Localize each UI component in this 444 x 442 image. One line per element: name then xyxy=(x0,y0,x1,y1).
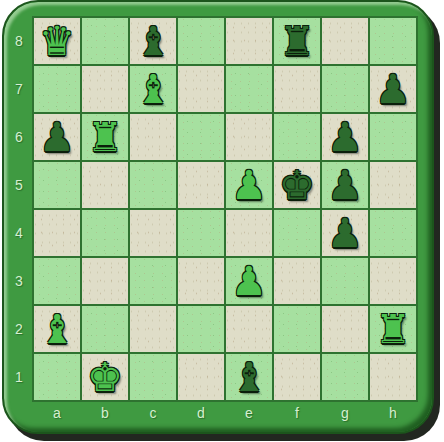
square-h6[interactable] xyxy=(370,114,416,160)
square-d4[interactable] xyxy=(178,210,224,256)
square-d7[interactable] xyxy=(178,66,224,112)
square-a1[interactable] xyxy=(34,354,80,400)
black-pawn-piece[interactable]: ♟ xyxy=(375,66,411,112)
square-c8[interactable]: ♝ xyxy=(130,18,176,64)
square-c2[interactable] xyxy=(130,306,176,352)
square-a5[interactable] xyxy=(34,162,80,208)
square-c3[interactable] xyxy=(130,258,176,304)
white-queen-piece[interactable]: ♛ xyxy=(39,18,75,64)
file-label-d: d xyxy=(178,402,224,424)
black-pawn-piece[interactable]: ♟ xyxy=(39,114,75,160)
square-c4[interactable] xyxy=(130,210,176,256)
square-e8[interactable] xyxy=(226,18,272,64)
black-bishop-piece[interactable]: ♝ xyxy=(231,354,267,400)
square-f7[interactable] xyxy=(274,66,320,112)
black-pawn-piece[interactable]: ♟ xyxy=(327,162,363,208)
square-b1[interactable]: ♚ xyxy=(82,354,128,400)
file-label-b: b xyxy=(82,402,128,424)
black-bishop-piece[interactable]: ♝ xyxy=(135,18,171,64)
rank-label-6: 6 xyxy=(8,113,30,161)
square-d1[interactable] xyxy=(178,354,224,400)
square-e5[interactable]: ♟ xyxy=(226,162,272,208)
square-f6[interactable] xyxy=(274,114,320,160)
square-c7[interactable]: ♝ xyxy=(130,66,176,112)
square-h2[interactable]: ♜ xyxy=(370,306,416,352)
white-bishop-piece[interactable]: ♝ xyxy=(39,306,75,352)
square-c1[interactable] xyxy=(130,354,176,400)
square-h4[interactable] xyxy=(370,210,416,256)
square-e2[interactable] xyxy=(226,306,272,352)
square-f2[interactable] xyxy=(274,306,320,352)
square-d8[interactable] xyxy=(178,18,224,64)
square-h5[interactable] xyxy=(370,162,416,208)
square-b2[interactable] xyxy=(82,306,128,352)
square-e4[interactable] xyxy=(226,210,272,256)
white-rook-piece[interactable]: ♜ xyxy=(375,306,411,352)
square-f8[interactable]: ♜ xyxy=(274,18,320,64)
white-king-piece[interactable]: ♚ xyxy=(87,354,123,400)
chessboard-window: ♛♝♜♝♟♟♜♟♟♚♟♟♟♝♜♚♝ 87654321abcdefgh xyxy=(0,0,444,442)
square-f3[interactable] xyxy=(274,258,320,304)
square-a2[interactable]: ♝ xyxy=(34,306,80,352)
square-e1[interactable]: ♝ xyxy=(226,354,272,400)
square-d5[interactable] xyxy=(178,162,224,208)
rank-label-8: 8 xyxy=(8,17,30,65)
black-rook-piece[interactable]: ♜ xyxy=(279,18,315,64)
chess-board: ♛♝♜♝♟♟♜♟♟♚♟♟♟♝♜♚♝ xyxy=(32,16,418,402)
square-g1[interactable] xyxy=(322,354,368,400)
file-label-h: h xyxy=(370,402,416,424)
black-pawn-piece[interactable]: ♟ xyxy=(327,210,363,256)
square-a3[interactable] xyxy=(34,258,80,304)
rank-label-1: 1 xyxy=(8,353,30,401)
square-h8[interactable] xyxy=(370,18,416,64)
square-e6[interactable] xyxy=(226,114,272,160)
square-a6[interactable]: ♟ xyxy=(34,114,80,160)
square-g7[interactable] xyxy=(322,66,368,112)
square-g5[interactable]: ♟ xyxy=(322,162,368,208)
white-rook-piece[interactable]: ♜ xyxy=(87,114,123,160)
rank-label-5: 5 xyxy=(8,161,30,209)
square-b4[interactable] xyxy=(82,210,128,256)
file-label-g: g xyxy=(322,402,368,424)
white-pawn-piece[interactable]: ♟ xyxy=(231,258,267,304)
white-pawn-piece[interactable]: ♟ xyxy=(231,162,267,208)
square-e3[interactable]: ♟ xyxy=(226,258,272,304)
square-a4[interactable] xyxy=(34,210,80,256)
square-a8[interactable]: ♛ xyxy=(34,18,80,64)
file-label-f: f xyxy=(274,402,320,424)
square-f1[interactable] xyxy=(274,354,320,400)
square-b7[interactable] xyxy=(82,66,128,112)
square-b8[interactable] xyxy=(82,18,128,64)
file-label-e: e xyxy=(226,402,272,424)
rank-label-4: 4 xyxy=(8,209,30,257)
square-d3[interactable] xyxy=(178,258,224,304)
square-g4[interactable]: ♟ xyxy=(322,210,368,256)
square-f4[interactable] xyxy=(274,210,320,256)
square-g6[interactable]: ♟ xyxy=(322,114,368,160)
rank-label-2: 2 xyxy=(8,305,30,353)
file-label-a: a xyxy=(34,402,80,424)
rank-label-3: 3 xyxy=(8,257,30,305)
black-pawn-piece[interactable]: ♟ xyxy=(327,114,363,160)
square-b6[interactable]: ♜ xyxy=(82,114,128,160)
square-f5[interactable]: ♚ xyxy=(274,162,320,208)
square-h1[interactable] xyxy=(370,354,416,400)
square-e7[interactable] xyxy=(226,66,272,112)
square-g3[interactable] xyxy=(322,258,368,304)
rank-label-7: 7 xyxy=(8,65,30,113)
square-c5[interactable] xyxy=(130,162,176,208)
square-h7[interactable]: ♟ xyxy=(370,66,416,112)
square-a7[interactable] xyxy=(34,66,80,112)
square-g8[interactable] xyxy=(322,18,368,64)
square-g2[interactable] xyxy=(322,306,368,352)
square-c6[interactable] xyxy=(130,114,176,160)
square-b3[interactable] xyxy=(82,258,128,304)
square-h3[interactable] xyxy=(370,258,416,304)
square-d6[interactable] xyxy=(178,114,224,160)
file-label-c: c xyxy=(130,402,176,424)
square-b5[interactable] xyxy=(82,162,128,208)
black-king-piece[interactable]: ♚ xyxy=(279,162,315,208)
white-bishop-piece[interactable]: ♝ xyxy=(135,66,171,112)
square-d2[interactable] xyxy=(178,306,224,352)
